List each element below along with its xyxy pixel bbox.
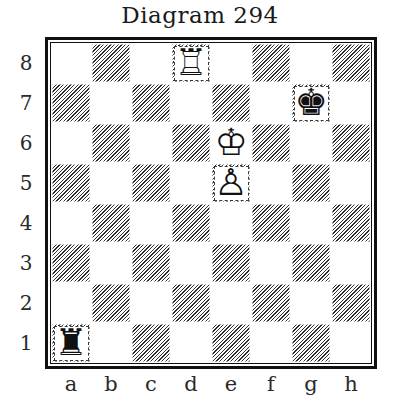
piece-white-king-e6: ♔ — [214, 123, 247, 163]
square-a4 — [51, 203, 91, 243]
square-g5 — [291, 163, 331, 203]
square-e1 — [211, 323, 251, 363]
file-label-b: b — [91, 370, 131, 398]
square-c5 — [131, 163, 171, 203]
square-h8 — [331, 43, 371, 83]
square-d7 — [171, 83, 211, 123]
square-a7 — [51, 83, 91, 123]
square-f7 — [251, 83, 291, 123]
square-a6 — [51, 123, 91, 163]
rank-label-4: 4 — [6, 203, 46, 243]
square-e8 — [211, 43, 251, 83]
square-g2 — [291, 283, 331, 323]
square-h6 — [331, 123, 371, 163]
chess-board: ♖♚♔♙♜ — [50, 42, 372, 364]
piece-white-pawn-e5: ♙ — [214, 163, 247, 203]
square-f8 — [251, 43, 291, 83]
square-b2 — [91, 283, 131, 323]
square-b7 — [91, 83, 131, 123]
square-g4 — [291, 203, 331, 243]
square-g3 — [291, 243, 331, 283]
rank-label-8: 8 — [6, 43, 46, 83]
rank-label-6: 6 — [6, 123, 46, 163]
square-c2 — [131, 283, 171, 323]
rank-label-2: 2 — [6, 283, 46, 323]
rank-label-3: 3 — [6, 243, 46, 283]
square-f2 — [251, 283, 291, 323]
square-b3 — [91, 243, 131, 283]
square-e5: ♙ — [211, 163, 251, 203]
square-a5 — [51, 163, 91, 203]
square-d2 — [171, 283, 211, 323]
square-c4 — [131, 203, 171, 243]
square-d1 — [171, 323, 211, 363]
square-a2 — [51, 283, 91, 323]
square-e4 — [211, 203, 251, 243]
file-labels: abcdefgh — [51, 370, 371, 398]
square-h1 — [331, 323, 371, 363]
square-e3 — [211, 243, 251, 283]
chess-diagram-page: Diagram 294 87654321 ♖♚♔♙♜ abcdefgh — [0, 0, 400, 400]
square-f6 — [251, 123, 291, 163]
square-b4 — [91, 203, 131, 243]
file-label-e: e — [211, 370, 251, 398]
square-e7 — [211, 83, 251, 123]
rank-label-1: 1 — [6, 323, 46, 363]
square-c3 — [131, 243, 171, 283]
square-a1: ♜ — [51, 323, 91, 363]
square-d3 — [171, 243, 211, 283]
square-a8 — [51, 43, 91, 83]
square-b8 — [91, 43, 131, 83]
file-label-c: c — [131, 370, 171, 398]
file-label-h: h — [331, 370, 371, 398]
file-label-f: f — [251, 370, 291, 398]
square-c6 — [131, 123, 171, 163]
square-h3 — [331, 243, 371, 283]
square-f1 — [251, 323, 291, 363]
square-d4 — [171, 203, 211, 243]
square-b5 — [91, 163, 131, 203]
rank-label-5: 5 — [6, 163, 46, 203]
square-d8: ♖ — [171, 43, 211, 83]
square-b6 — [91, 123, 131, 163]
square-h4 — [331, 203, 371, 243]
piece-black-rook-a1: ♜ — [54, 323, 87, 363]
square-e2 — [211, 283, 251, 323]
piece-white-rook-d8: ♖ — [174, 43, 207, 83]
square-g8 — [291, 43, 331, 83]
file-label-g: g — [291, 370, 331, 398]
file-label-d: d — [171, 370, 211, 398]
square-e6: ♔ — [211, 123, 251, 163]
square-f4 — [251, 203, 291, 243]
square-g6 — [291, 123, 331, 163]
square-c7 — [131, 83, 171, 123]
square-g1 — [291, 323, 331, 363]
square-c8 — [131, 43, 171, 83]
square-h7 — [331, 83, 371, 123]
piece-black-king-g7: ♚ — [294, 83, 327, 123]
rank-labels: 87654321 — [6, 43, 46, 363]
square-a3 — [51, 243, 91, 283]
square-h2 — [331, 283, 371, 323]
diagram-title: Diagram 294 — [0, 2, 400, 28]
square-d5 — [171, 163, 211, 203]
square-b1 — [91, 323, 131, 363]
chess-board-frame: ♖♚♔♙♜ — [45, 37, 377, 369]
square-f3 — [251, 243, 291, 283]
file-label-a: a — [51, 370, 91, 398]
square-f5 — [251, 163, 291, 203]
square-d6 — [171, 123, 211, 163]
square-c1 — [131, 323, 171, 363]
square-h5 — [331, 163, 371, 203]
square-g7: ♚ — [291, 83, 331, 123]
rank-label-7: 7 — [6, 83, 46, 123]
